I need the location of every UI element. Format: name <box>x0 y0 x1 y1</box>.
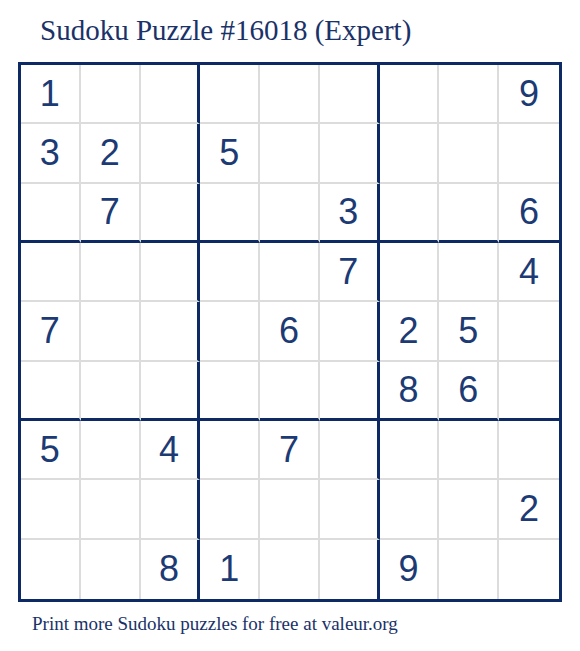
cell-r4c6[interactable]: 7 <box>320 243 380 302</box>
cell-r3c1[interactable] <box>21 184 81 243</box>
cell-r3c7[interactable] <box>380 184 440 243</box>
cell-r2c7[interactable] <box>380 124 440 183</box>
cell-r4c3[interactable] <box>141 243 201 302</box>
cell-r9c4[interactable]: 1 <box>200 540 260 599</box>
cell-r2c1[interactable]: 3 <box>21 124 81 183</box>
cell-r1c9[interactable]: 9 <box>499 65 559 124</box>
cell-r2c9[interactable] <box>499 124 559 183</box>
cell-r8c1[interactable] <box>21 480 81 539</box>
cell-r4c8[interactable] <box>439 243 499 302</box>
cell-r6c1[interactable] <box>21 362 81 421</box>
cell-r5c7[interactable]: 2 <box>380 302 440 361</box>
cell-r6c8[interactable]: 6 <box>439 362 499 421</box>
cell-r9c7[interactable]: 9 <box>380 540 440 599</box>
cell-r3c8[interactable] <box>439 184 499 243</box>
cell-r6c6[interactable] <box>320 362 380 421</box>
cell-r7c6[interactable] <box>320 421 380 480</box>
cell-r7c8[interactable] <box>439 421 499 480</box>
cell-r8c9[interactable]: 2 <box>499 480 559 539</box>
cell-r8c5[interactable] <box>260 480 320 539</box>
cell-r7c3[interactable]: 4 <box>141 421 201 480</box>
cell-r9c1[interactable] <box>21 540 81 599</box>
cell-r9c6[interactable] <box>320 540 380 599</box>
page-title: Sudoku Puzzle #16018 (Expert) <box>40 14 411 47</box>
cell-r4c7[interactable] <box>380 243 440 302</box>
cell-r2c2[interactable]: 2 <box>81 124 141 183</box>
cell-r5c4[interactable] <box>200 302 260 361</box>
cell-r5c5[interactable]: 6 <box>260 302 320 361</box>
cell-r1c4[interactable] <box>200 65 260 124</box>
cell-r7c9[interactable] <box>499 421 559 480</box>
cell-r2c8[interactable] <box>439 124 499 183</box>
cell-r2c4[interactable]: 5 <box>200 124 260 183</box>
cell-r1c7[interactable] <box>380 65 440 124</box>
cell-r6c5[interactable] <box>260 362 320 421</box>
cell-r1c8[interactable] <box>439 65 499 124</box>
cell-r3c6[interactable]: 3 <box>320 184 380 243</box>
cell-r4c9[interactable]: 4 <box>499 243 559 302</box>
cell-r8c8[interactable] <box>439 480 499 539</box>
sudoku-page: Sudoku Puzzle #16018 (Expert) 1932573674… <box>0 0 580 651</box>
cell-r8c6[interactable] <box>320 480 380 539</box>
cell-r3c2[interactable]: 7 <box>81 184 141 243</box>
cell-r2c6[interactable] <box>320 124 380 183</box>
cell-r4c1[interactable] <box>21 243 81 302</box>
cell-r5c8[interactable]: 5 <box>439 302 499 361</box>
cell-r8c2[interactable] <box>81 480 141 539</box>
cell-r7c7[interactable] <box>380 421 440 480</box>
cell-r4c2[interactable] <box>81 243 141 302</box>
cell-r6c4[interactable] <box>200 362 260 421</box>
cell-r5c3[interactable] <box>141 302 201 361</box>
cell-r9c3[interactable]: 8 <box>141 540 201 599</box>
cell-r1c5[interactable] <box>260 65 320 124</box>
cell-r8c3[interactable] <box>141 480 201 539</box>
cell-r6c3[interactable] <box>141 362 201 421</box>
cell-r1c2[interactable] <box>81 65 141 124</box>
sudoku-board: 19325736747625865472819 <box>18 62 562 602</box>
cell-r5c9[interactable] <box>499 302 559 361</box>
cell-r9c8[interactable] <box>439 540 499 599</box>
cell-r6c7[interactable]: 8 <box>380 362 440 421</box>
cell-r1c6[interactable] <box>320 65 380 124</box>
cell-r4c5[interactable] <box>260 243 320 302</box>
cell-r7c1[interactable]: 5 <box>21 421 81 480</box>
cell-r2c3[interactable] <box>141 124 201 183</box>
cell-r7c5[interactable]: 7 <box>260 421 320 480</box>
footer-text: Print more Sudoku puzzles for free at va… <box>32 613 398 635</box>
cell-r6c9[interactable] <box>499 362 559 421</box>
cell-r6c2[interactable] <box>81 362 141 421</box>
cell-r3c5[interactable] <box>260 184 320 243</box>
cell-r8c4[interactable] <box>200 480 260 539</box>
cell-r4c4[interactable] <box>200 243 260 302</box>
cell-r1c3[interactable] <box>141 65 201 124</box>
cell-r9c9[interactable] <box>499 540 559 599</box>
cell-r9c2[interactable] <box>81 540 141 599</box>
cell-r7c4[interactable] <box>200 421 260 480</box>
cell-r1c1[interactable]: 1 <box>21 65 81 124</box>
cell-r5c2[interactable] <box>81 302 141 361</box>
cell-r5c6[interactable] <box>320 302 380 361</box>
cell-r2c5[interactable] <box>260 124 320 183</box>
cell-r9c5[interactable] <box>260 540 320 599</box>
cell-r5c1[interactable]: 7 <box>21 302 81 361</box>
cell-r7c2[interactable] <box>81 421 141 480</box>
cell-r3c9[interactable]: 6 <box>499 184 559 243</box>
cell-r8c7[interactable] <box>380 480 440 539</box>
cell-r3c3[interactable] <box>141 184 201 243</box>
cell-r3c4[interactable] <box>200 184 260 243</box>
